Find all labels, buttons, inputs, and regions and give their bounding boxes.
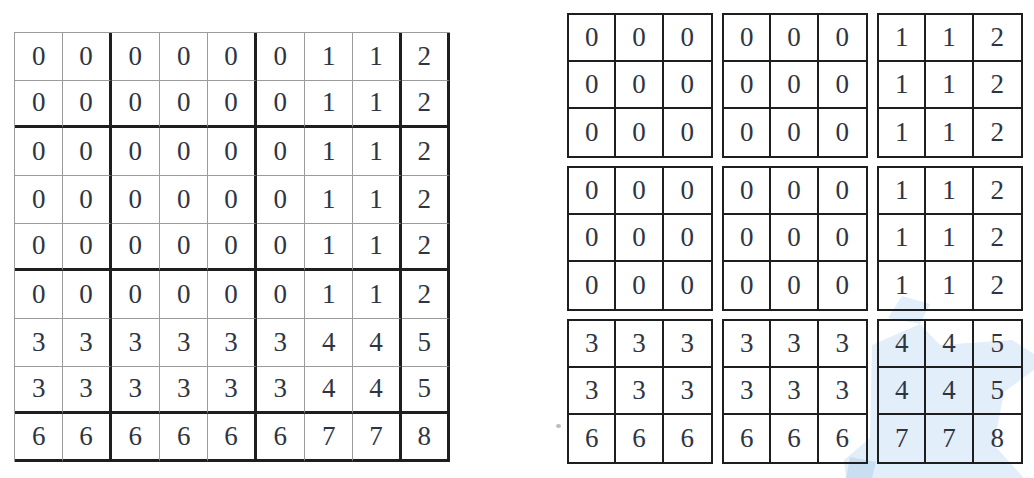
window-cell: 1 — [879, 262, 926, 309]
window-cell: 0 — [771, 215, 818, 262]
window-cell: 0 — [664, 62, 711, 109]
grid-cell: 3 — [15, 319, 63, 367]
window-cell: 7 — [879, 415, 926, 462]
grid-cell: 0 — [112, 128, 160, 176]
grid-cell: 1 — [353, 128, 401, 176]
grid-cell: 0 — [15, 176, 63, 224]
window-cell: 0 — [724, 109, 771, 156]
grid-cell: 0 — [112, 33, 160, 81]
window-cell: 0 — [664, 109, 711, 156]
grid-cell: 0 — [208, 224, 256, 272]
grid-cell: 0 — [15, 128, 63, 176]
grid-cell: 0 — [160, 224, 208, 272]
grid-cell: 1 — [305, 128, 353, 176]
grid-cell: 6 — [63, 414, 111, 462]
grid-cell: 4 — [353, 319, 401, 367]
grid-cell: 1 — [353, 176, 401, 224]
grid-cell: 4 — [353, 367, 401, 415]
grid-cell: 0 — [15, 81, 63, 129]
window-cell: 0 — [771, 168, 818, 215]
window-cell: 0 — [569, 215, 616, 262]
window-cell: 2 — [974, 109, 1021, 156]
window-cell: 3 — [819, 368, 866, 415]
grid-cell: 6 — [257, 414, 305, 462]
grid-cell: 6 — [160, 414, 208, 462]
grid-cell: 7 — [305, 414, 353, 462]
grid-cell: 4 — [305, 319, 353, 367]
window-cell: 1 — [879, 62, 926, 109]
window-cell: 3 — [819, 321, 866, 368]
window-cell: 0 — [569, 168, 616, 215]
grid-cell: 1 — [353, 271, 401, 319]
grid-cell: 3 — [257, 319, 305, 367]
window-cell: 6 — [724, 415, 771, 462]
grid-cell: 0 — [112, 81, 160, 129]
grid-cell: 1 — [305, 271, 353, 319]
window-cell: 3 — [724, 321, 771, 368]
window-cell: 2 — [974, 262, 1021, 309]
window-cell: 0 — [819, 215, 866, 262]
window-block: 445445778 — [877, 319, 1023, 464]
window-cell: 3 — [664, 321, 711, 368]
grid-cell: 0 — [15, 271, 63, 319]
grid-cell: 0 — [257, 176, 305, 224]
grid-cell: 0 — [208, 176, 256, 224]
window-cell: 0 — [569, 15, 616, 62]
window-cell: 6 — [569, 415, 616, 462]
window-block: 112112112 — [877, 166, 1023, 311]
window-cell: 3 — [616, 368, 663, 415]
window-cell: 1 — [926, 168, 973, 215]
grid-cell: 0 — [112, 176, 160, 224]
window-cell: 3 — [771, 321, 818, 368]
window-cell: 4 — [879, 368, 926, 415]
feature-map-grid: 0000001120000001120000001120000001120000… — [14, 32, 450, 462]
grid-cell: 8 — [402, 414, 450, 462]
grid-cell: 0 — [15, 224, 63, 272]
window-cell: 1 — [926, 215, 973, 262]
grid-cell: 3 — [63, 319, 111, 367]
grid-cell: 4 — [305, 367, 353, 415]
grid-cell: 0 — [63, 176, 111, 224]
grid-cell: 1 — [305, 33, 353, 81]
grid-cell: 6 — [112, 414, 160, 462]
window-cell: 1 — [879, 109, 926, 156]
window-cell: 4 — [879, 321, 926, 368]
window-blocks-panel: 0000000000000000001121121120000000000000… — [567, 13, 1023, 464]
grid-cell: 5 — [402, 367, 450, 415]
window-cell: 0 — [664, 262, 711, 309]
window-cell: 0 — [569, 62, 616, 109]
window-cell: 1 — [926, 262, 973, 309]
grid-cell: 3 — [208, 367, 256, 415]
grid-cell: 7 — [353, 414, 401, 462]
grid-cell: 2 — [402, 176, 450, 224]
window-cell: 4 — [926, 368, 973, 415]
window-cell: 0 — [771, 109, 818, 156]
grid-cell: 0 — [160, 81, 208, 129]
window-cell: 2 — [974, 168, 1021, 215]
grid-cell: 0 — [208, 271, 256, 319]
window-cell: 0 — [616, 62, 663, 109]
window-cell: 3 — [569, 321, 616, 368]
grid-cell: 0 — [63, 81, 111, 129]
grid-cell: 0 — [63, 271, 111, 319]
window-cell: 0 — [664, 168, 711, 215]
grid-cell: 2 — [402, 81, 450, 129]
grid-cell: 0 — [63, 128, 111, 176]
window-cell: 3 — [616, 321, 663, 368]
window-cell: 0 — [616, 168, 663, 215]
window-cell: 5 — [974, 321, 1021, 368]
window-cell: 1 — [926, 15, 973, 62]
window-cell: 6 — [819, 415, 866, 462]
grid-cell: 0 — [257, 224, 305, 272]
window-block: 000000000 — [722, 166, 868, 311]
grid-cell: 1 — [353, 81, 401, 129]
grid-cell: 0 — [208, 81, 256, 129]
grid-cell: 0 — [63, 33, 111, 81]
grid-cell: 0 — [208, 33, 256, 81]
window-cell: 1 — [879, 215, 926, 262]
grid-cell: 0 — [160, 271, 208, 319]
grid-cell: 2 — [402, 224, 450, 272]
grid-cell: 0 — [160, 176, 208, 224]
grid-cell: 3 — [160, 319, 208, 367]
grid-cell: 0 — [112, 271, 160, 319]
window-cell: 4 — [926, 321, 973, 368]
window-cell: 1 — [926, 62, 973, 109]
grid-cell: 3 — [112, 367, 160, 415]
window-cell: 0 — [664, 215, 711, 262]
window-cell: 0 — [819, 262, 866, 309]
grid-cell: 0 — [257, 81, 305, 129]
window-cell: 6 — [616, 415, 663, 462]
grid-cell: 0 — [208, 128, 256, 176]
window-cell: 0 — [819, 62, 866, 109]
window-cell: 0 — [724, 215, 771, 262]
window-cell: 0 — [724, 168, 771, 215]
window-cell: 6 — [771, 415, 818, 462]
grid-cell: 0 — [257, 128, 305, 176]
window-block: 333333666 — [567, 319, 713, 464]
window-block: 112112112 — [877, 13, 1023, 158]
window-cell: 6 — [664, 415, 711, 462]
window-cell: 0 — [724, 62, 771, 109]
window-cell: 0 — [819, 168, 866, 215]
window-cell: 0 — [616, 215, 663, 262]
grid-cell: 0 — [63, 224, 111, 272]
window-cell: 0 — [664, 15, 711, 62]
grid-cell: 6 — [15, 414, 63, 462]
grid-cell: 5 — [402, 319, 450, 367]
window-cell: 1 — [879, 15, 926, 62]
grid-cell: 3 — [15, 367, 63, 415]
window-block: 000000000 — [722, 13, 868, 158]
grid-cell: 3 — [257, 367, 305, 415]
window-cell: 8 — [974, 415, 1021, 462]
window-cell: 0 — [724, 15, 771, 62]
window-cell: 3 — [724, 368, 771, 415]
grid-cell: 3 — [208, 319, 256, 367]
window-cell: 5 — [974, 368, 1021, 415]
grid-cell: 1 — [305, 176, 353, 224]
window-cell: 0 — [771, 262, 818, 309]
grid-cell: 3 — [160, 367, 208, 415]
window-block: 000000000 — [567, 166, 713, 311]
window-cell: 0 — [819, 15, 866, 62]
grid-cell: 0 — [160, 128, 208, 176]
window-cell: 0 — [616, 15, 663, 62]
speck-artifact — [556, 424, 561, 428]
grid-cell: 0 — [160, 33, 208, 81]
grid-cell: 6 — [208, 414, 256, 462]
figure-canvas: 0000001120000001120000001120000001120000… — [0, 0, 1034, 478]
window-cell: 3 — [664, 368, 711, 415]
window-block: 000000000 — [567, 13, 713, 158]
grid-cell: 2 — [402, 271, 450, 319]
grid-cell: 1 — [353, 33, 401, 81]
grid-cell: 1 — [305, 81, 353, 129]
window-cell: 0 — [771, 15, 818, 62]
window-cell: 7 — [926, 415, 973, 462]
window-cell: 0 — [616, 109, 663, 156]
window-cell: 2 — [974, 15, 1021, 62]
grid-cell: 2 — [402, 128, 450, 176]
window-cell: 3 — [569, 368, 616, 415]
window-cell: 1 — [879, 168, 926, 215]
window-cell: 0 — [724, 262, 771, 309]
window-cell: 0 — [569, 109, 616, 156]
grid-cell: 1 — [353, 224, 401, 272]
grid-cell: 1 — [305, 224, 353, 272]
grid-cell: 0 — [112, 224, 160, 272]
window-block: 333333666 — [722, 319, 868, 464]
window-cell: 3 — [771, 368, 818, 415]
window-cell: 0 — [819, 109, 866, 156]
window-cell: 1 — [926, 109, 973, 156]
window-cell: 0 — [616, 262, 663, 309]
grid-cell: 0 — [15, 33, 63, 81]
grid-cell: 3 — [112, 319, 160, 367]
grid-cell: 0 — [257, 33, 305, 81]
window-cell: 2 — [974, 62, 1021, 109]
window-cell: 0 — [569, 262, 616, 309]
window-cell: 0 — [771, 62, 818, 109]
grid-cell: 2 — [402, 33, 450, 81]
grid-cell: 0 — [257, 271, 305, 319]
grid-cell: 3 — [63, 367, 111, 415]
window-cell: 2 — [974, 215, 1021, 262]
